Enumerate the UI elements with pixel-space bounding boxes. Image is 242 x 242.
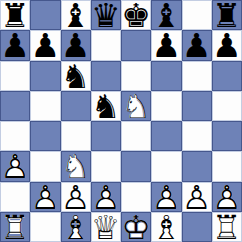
piece-white-knight: ♞♘ bbox=[61, 151, 91, 181]
square-f5[interactable] bbox=[151, 91, 181, 121]
piece-white-king: ♚♔ bbox=[121, 212, 151, 242]
square-e1[interactable]: ♚♔ bbox=[121, 212, 151, 242]
square-h1[interactable]: ♜♖ bbox=[212, 212, 242, 242]
square-g6[interactable] bbox=[182, 61, 212, 91]
square-b6[interactable] bbox=[30, 61, 60, 91]
square-b3[interactable] bbox=[30, 151, 60, 181]
square-g1[interactable] bbox=[182, 212, 212, 242]
square-c4[interactable] bbox=[61, 121, 91, 151]
chess-board: ♜♝♛♚♝♜♟♟♟♟♟♟♞♞♞♘♟♙♞♘♟♙♟♙♟♙♟♙♟♙♟♙♜♖♝♗♛♕♚♔… bbox=[0, 0, 242, 242]
square-f6[interactable] bbox=[151, 61, 181, 91]
square-e4[interactable] bbox=[121, 121, 151, 151]
piece-black-pawn: ♟ bbox=[61, 30, 91, 60]
square-d7[interactable] bbox=[91, 30, 121, 60]
piece-black-pawn: ♟ bbox=[30, 30, 60, 60]
piece-white-pawn: ♟♙ bbox=[151, 182, 181, 212]
square-f8[interactable]: ♝ bbox=[151, 0, 181, 30]
piece-black-pawn: ♟ bbox=[0, 30, 30, 60]
piece-white-pawn: ♟♙ bbox=[0, 151, 30, 181]
piece-white-rook: ♜♖ bbox=[0, 212, 30, 242]
square-f3[interactable] bbox=[151, 151, 181, 181]
square-h3[interactable] bbox=[212, 151, 242, 181]
square-c2[interactable]: ♟♙ bbox=[61, 182, 91, 212]
square-g3[interactable] bbox=[182, 151, 212, 181]
piece-black-bishop: ♝ bbox=[61, 0, 91, 30]
square-h5[interactable] bbox=[212, 91, 242, 121]
square-h8[interactable]: ♜ bbox=[212, 0, 242, 30]
square-e8[interactable]: ♚ bbox=[121, 0, 151, 30]
square-f7[interactable]: ♟ bbox=[151, 30, 181, 60]
square-h7[interactable]: ♟ bbox=[212, 30, 242, 60]
piece-white-queen: ♛♕ bbox=[91, 212, 121, 242]
square-d1[interactable]: ♛♕ bbox=[91, 212, 121, 242]
square-c5[interactable] bbox=[61, 91, 91, 121]
square-g4[interactable] bbox=[182, 121, 212, 151]
piece-black-rook: ♜ bbox=[0, 0, 30, 30]
square-c8[interactable]: ♝ bbox=[61, 0, 91, 30]
square-b5[interactable] bbox=[30, 91, 60, 121]
square-g2[interactable]: ♟♙ bbox=[182, 182, 212, 212]
square-a8[interactable]: ♜ bbox=[0, 0, 30, 30]
square-b8[interactable] bbox=[30, 0, 60, 30]
square-b2[interactable]: ♟♙ bbox=[30, 182, 60, 212]
piece-white-rook: ♜♖ bbox=[212, 212, 242, 242]
square-b4[interactable] bbox=[30, 121, 60, 151]
square-e6[interactable] bbox=[121, 61, 151, 91]
piece-white-bishop: ♝♗ bbox=[151, 212, 181, 242]
square-c3[interactable]: ♞♘ bbox=[61, 151, 91, 181]
piece-black-pawn: ♟ bbox=[151, 30, 181, 60]
square-h4[interactable] bbox=[212, 121, 242, 151]
square-c1[interactable]: ♝♗ bbox=[61, 212, 91, 242]
square-g8[interactable] bbox=[182, 0, 212, 30]
square-d2[interactable]: ♟♙ bbox=[91, 182, 121, 212]
square-f4[interactable] bbox=[151, 121, 181, 151]
piece-black-king: ♚ bbox=[121, 0, 151, 30]
square-e3[interactable] bbox=[121, 151, 151, 181]
square-d8[interactable]: ♛ bbox=[91, 0, 121, 30]
piece-white-pawn: ♟♙ bbox=[91, 182, 121, 212]
square-c6[interactable]: ♞ bbox=[61, 61, 91, 91]
square-f1[interactable]: ♝♗ bbox=[151, 212, 181, 242]
square-d5[interactable]: ♞ bbox=[91, 91, 121, 121]
square-c7[interactable]: ♟ bbox=[61, 30, 91, 60]
square-a6[interactable] bbox=[0, 61, 30, 91]
piece-white-knight: ♞♘ bbox=[121, 91, 151, 121]
square-g7[interactable]: ♟ bbox=[182, 30, 212, 60]
square-d3[interactable] bbox=[91, 151, 121, 181]
square-a7[interactable]: ♟ bbox=[0, 30, 30, 60]
square-b1[interactable] bbox=[30, 212, 60, 242]
square-d4[interactable] bbox=[91, 121, 121, 151]
square-h2[interactable]: ♟♙ bbox=[212, 182, 242, 212]
square-d6[interactable] bbox=[91, 61, 121, 91]
square-a3[interactable]: ♟♙ bbox=[0, 151, 30, 181]
piece-white-pawn: ♟♙ bbox=[212, 182, 242, 212]
square-f2[interactable]: ♟♙ bbox=[151, 182, 181, 212]
square-a5[interactable] bbox=[0, 91, 30, 121]
piece-black-rook: ♜ bbox=[212, 0, 242, 30]
piece-white-pawn: ♟♙ bbox=[61, 182, 91, 212]
piece-black-pawn: ♟ bbox=[212, 30, 242, 60]
piece-black-knight: ♞ bbox=[61, 61, 91, 91]
piece-black-knight: ♞ bbox=[91, 91, 121, 121]
square-a2[interactable] bbox=[0, 182, 30, 212]
piece-black-queen: ♛ bbox=[91, 0, 121, 30]
square-e5[interactable]: ♞♘ bbox=[121, 91, 151, 121]
piece-white-bishop: ♝♗ bbox=[61, 212, 91, 242]
square-g5[interactable] bbox=[182, 91, 212, 121]
piece-black-pawn: ♟ bbox=[182, 30, 212, 60]
piece-white-pawn: ♟♙ bbox=[182, 182, 212, 212]
piece-white-pawn: ♟♙ bbox=[30, 182, 60, 212]
square-a1[interactable]: ♜♖ bbox=[0, 212, 30, 242]
square-e7[interactable] bbox=[121, 30, 151, 60]
square-e2[interactable] bbox=[121, 182, 151, 212]
square-h6[interactable] bbox=[212, 61, 242, 91]
square-a4[interactable] bbox=[0, 121, 30, 151]
piece-black-bishop: ♝ bbox=[151, 0, 181, 30]
square-b7[interactable]: ♟ bbox=[30, 30, 60, 60]
